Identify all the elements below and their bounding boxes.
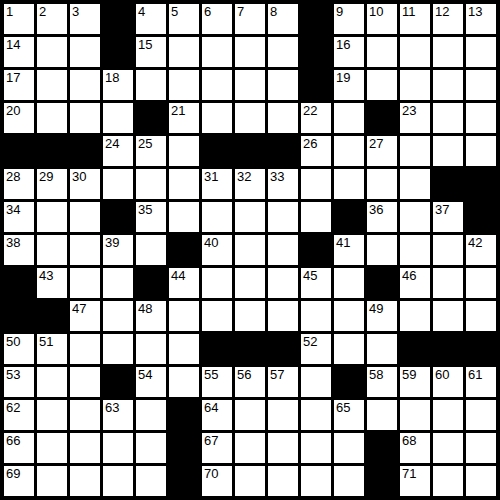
letter-cell[interactable]: 10 bbox=[367, 4, 397, 34]
letter-cell[interactable]: 20 bbox=[4, 103, 34, 133]
letter-cell[interactable] bbox=[433, 136, 463, 166]
block-cell bbox=[235, 136, 265, 166]
letter-cell[interactable] bbox=[268, 466, 298, 496]
letter-cell[interactable]: 17 bbox=[4, 70, 34, 100]
letter-cell[interactable]: 7 bbox=[235, 4, 265, 34]
letter-cell[interactable] bbox=[334, 268, 364, 298]
letter-cell[interactable]: 34 bbox=[4, 202, 34, 232]
letter-cell[interactable]: 38 bbox=[4, 235, 34, 265]
clue-number: 11 bbox=[402, 5, 416, 18]
letter-cell[interactable]: 41 bbox=[334, 235, 364, 265]
clue-number: 56 bbox=[237, 368, 251, 381]
letter-cell[interactable]: 68 bbox=[400, 433, 430, 463]
letter-cell[interactable]: 2 bbox=[37, 4, 67, 34]
letter-cell[interactable]: 40 bbox=[202, 235, 232, 265]
letter-cell[interactable] bbox=[400, 235, 430, 265]
letter-cell[interactable] bbox=[70, 400, 100, 430]
clue-number: 1 bbox=[6, 5, 13, 18]
letter-cell[interactable] bbox=[367, 334, 397, 364]
letter-cell[interactable]: 67 bbox=[202, 433, 232, 463]
letter-cell[interactable]: 27 bbox=[367, 136, 397, 166]
clue-number: 29 bbox=[39, 170, 53, 183]
letter-cell[interactable]: 45 bbox=[301, 268, 331, 298]
block-cell bbox=[301, 235, 331, 265]
clue-number: 52 bbox=[303, 335, 317, 348]
letter-cell[interactable] bbox=[169, 70, 199, 100]
block-cell bbox=[268, 334, 298, 364]
clue-number: 20 bbox=[6, 104, 20, 117]
letter-cell[interactable]: 6 bbox=[202, 4, 232, 34]
letter-cell[interactable]: 46 bbox=[400, 268, 430, 298]
letter-cell[interactable] bbox=[367, 70, 397, 100]
letter-cell[interactable] bbox=[37, 400, 67, 430]
letter-cell[interactable]: 35 bbox=[136, 202, 166, 232]
letter-cell[interactable] bbox=[433, 70, 463, 100]
letter-cell[interactable] bbox=[235, 466, 265, 496]
letter-cell[interactable] bbox=[235, 400, 265, 430]
letter-cell[interactable]: 31 bbox=[202, 169, 232, 199]
letter-cell[interactable] bbox=[235, 268, 265, 298]
letter-cell[interactable] bbox=[70, 202, 100, 232]
letter-cell[interactable]: 36 bbox=[367, 202, 397, 232]
letter-cell[interactable] bbox=[103, 466, 133, 496]
letter-cell[interactable] bbox=[235, 235, 265, 265]
letter-cell[interactable] bbox=[103, 103, 133, 133]
clue-number: 12 bbox=[435, 5, 449, 18]
block-cell bbox=[103, 367, 133, 397]
letter-cell[interactable] bbox=[466, 433, 496, 463]
letter-cell[interactable] bbox=[70, 37, 100, 67]
clue-number: 57 bbox=[270, 368, 284, 381]
letter-cell[interactable] bbox=[37, 433, 67, 463]
letter-cell[interactable] bbox=[37, 235, 67, 265]
clue-number: 63 bbox=[105, 401, 119, 414]
letter-cell[interactable] bbox=[202, 70, 232, 100]
letter-cell[interactable] bbox=[466, 268, 496, 298]
clue-number: 39 bbox=[105, 236, 119, 249]
block-cell bbox=[268, 136, 298, 166]
letter-cell[interactable]: 42 bbox=[466, 235, 496, 265]
letter-cell[interactable]: 22 bbox=[301, 103, 331, 133]
letter-cell[interactable]: 71 bbox=[400, 466, 430, 496]
letter-cell[interactable] bbox=[70, 367, 100, 397]
block-cell bbox=[433, 169, 463, 199]
clue-number: 53 bbox=[6, 368, 20, 381]
clue-number: 40 bbox=[204, 236, 218, 249]
letter-cell[interactable] bbox=[235, 202, 265, 232]
letter-cell[interactable] bbox=[466, 70, 496, 100]
clue-number: 68 bbox=[402, 434, 416, 447]
clue-number: 41 bbox=[336, 236, 350, 249]
block-cell bbox=[136, 103, 166, 133]
letter-cell[interactable] bbox=[433, 37, 463, 67]
clue-number: 62 bbox=[6, 401, 20, 414]
letter-cell[interactable]: 28 bbox=[4, 169, 34, 199]
block-cell bbox=[169, 466, 199, 496]
block-cell bbox=[466, 202, 496, 232]
letter-cell[interactable] bbox=[268, 37, 298, 67]
block-cell bbox=[103, 202, 133, 232]
letter-cell[interactable] bbox=[103, 169, 133, 199]
clue-number: 2 bbox=[39, 5, 46, 18]
letter-cell[interactable]: 37 bbox=[433, 202, 463, 232]
letter-cell[interactable] bbox=[202, 37, 232, 67]
block-cell bbox=[400, 334, 430, 364]
letter-cell[interactable]: 25 bbox=[136, 136, 166, 166]
letter-cell[interactable] bbox=[301, 400, 331, 430]
clue-number: 9 bbox=[336, 5, 343, 18]
clue-number: 6 bbox=[204, 5, 211, 18]
letter-cell[interactable] bbox=[268, 433, 298, 463]
letter-cell[interactable]: 61 bbox=[466, 367, 496, 397]
letter-cell[interactable] bbox=[103, 268, 133, 298]
clue-number: 30 bbox=[72, 170, 86, 183]
clue-number: 51 bbox=[39, 335, 53, 348]
block-cell bbox=[367, 466, 397, 496]
letter-cell[interactable] bbox=[433, 400, 463, 430]
letter-cell[interactable]: 65 bbox=[334, 400, 364, 430]
letter-cell[interactable] bbox=[37, 70, 67, 100]
letter-cell[interactable] bbox=[433, 103, 463, 133]
letter-cell[interactable] bbox=[202, 301, 232, 331]
clue-number: 67 bbox=[204, 434, 218, 447]
block-cell bbox=[466, 334, 496, 364]
letter-cell[interactable]: 63 bbox=[103, 400, 133, 430]
clue-number: 8 bbox=[270, 5, 277, 18]
letter-cell[interactable]: 3 bbox=[70, 4, 100, 34]
block-cell bbox=[4, 136, 34, 166]
letter-cell[interactable] bbox=[103, 301, 133, 331]
letter-cell[interactable]: 24 bbox=[103, 136, 133, 166]
letter-cell[interactable] bbox=[70, 268, 100, 298]
letter-cell[interactable] bbox=[235, 433, 265, 463]
letter-cell[interactable] bbox=[367, 37, 397, 67]
clue-number: 59 bbox=[402, 368, 416, 381]
clue-number: 14 bbox=[6, 38, 20, 51]
block-cell bbox=[433, 334, 463, 364]
block-cell bbox=[37, 136, 67, 166]
clue-number: 4 bbox=[138, 5, 145, 18]
letter-cell[interactable]: 50 bbox=[4, 334, 34, 364]
clue-number: 64 bbox=[204, 401, 218, 414]
letter-cell[interactable] bbox=[433, 235, 463, 265]
letter-cell[interactable]: 54 bbox=[136, 367, 166, 397]
letter-cell[interactable]: 26 bbox=[301, 136, 331, 166]
letter-cell[interactable]: 1 bbox=[4, 4, 34, 34]
clue-number: 31 bbox=[204, 170, 218, 183]
letter-cell[interactable] bbox=[334, 136, 364, 166]
clue-number: 69 bbox=[6, 467, 20, 480]
clue-number: 27 bbox=[369, 137, 383, 150]
letter-cell[interactable] bbox=[268, 268, 298, 298]
letter-cell[interactable]: 53 bbox=[4, 367, 34, 397]
letter-cell[interactable] bbox=[202, 103, 232, 133]
letter-cell[interactable] bbox=[334, 433, 364, 463]
block-cell bbox=[169, 235, 199, 265]
clue-number: 3 bbox=[72, 5, 79, 18]
block-cell bbox=[334, 367, 364, 397]
letter-cell[interactable] bbox=[433, 433, 463, 463]
block-cell bbox=[202, 136, 232, 166]
clue-number: 34 bbox=[6, 203, 20, 216]
clue-number: 15 bbox=[138, 38, 152, 51]
letter-cell[interactable] bbox=[400, 202, 430, 232]
letter-cell[interactable] bbox=[169, 301, 199, 331]
clue-number: 18 bbox=[105, 71, 119, 84]
block-cell bbox=[367, 103, 397, 133]
letter-cell[interactable] bbox=[169, 367, 199, 397]
block-cell bbox=[301, 37, 331, 67]
clue-number: 42 bbox=[468, 236, 482, 249]
letter-cell[interactable] bbox=[70, 466, 100, 496]
letter-cell[interactable]: 21 bbox=[169, 103, 199, 133]
clue-number: 17 bbox=[6, 71, 20, 84]
letter-cell[interactable] bbox=[70, 433, 100, 463]
letter-cell[interactable] bbox=[169, 202, 199, 232]
letter-cell[interactable] bbox=[334, 103, 364, 133]
letter-cell[interactable] bbox=[334, 466, 364, 496]
letter-cell[interactable] bbox=[367, 400, 397, 430]
letter-cell[interactable]: 49 bbox=[367, 301, 397, 331]
letter-cell[interactable] bbox=[103, 433, 133, 463]
letter-cell[interactable]: 5 bbox=[169, 4, 199, 34]
letter-cell[interactable]: 64 bbox=[202, 400, 232, 430]
clue-number: 50 bbox=[6, 335, 20, 348]
letter-cell[interactable]: 39 bbox=[103, 235, 133, 265]
letter-cell[interactable]: 15 bbox=[136, 37, 166, 67]
letter-cell[interactable] bbox=[334, 334, 364, 364]
letter-cell[interactable] bbox=[466, 466, 496, 496]
letter-cell[interactable] bbox=[202, 268, 232, 298]
letter-cell[interactable] bbox=[400, 169, 430, 199]
letter-cell[interactable] bbox=[268, 400, 298, 430]
letter-cell[interactable]: 52 bbox=[301, 334, 331, 364]
block-cell bbox=[169, 400, 199, 430]
letter-cell[interactable] bbox=[433, 301, 463, 331]
letter-cell[interactable] bbox=[103, 334, 133, 364]
letter-cell[interactable]: 59 bbox=[400, 367, 430, 397]
letter-cell[interactable]: 48 bbox=[136, 301, 166, 331]
letter-cell[interactable] bbox=[334, 169, 364, 199]
letter-cell[interactable] bbox=[301, 169, 331, 199]
clue-number: 28 bbox=[6, 170, 20, 183]
clue-number: 5 bbox=[171, 5, 178, 18]
letter-cell[interactable] bbox=[169, 37, 199, 67]
letter-cell[interactable] bbox=[70, 103, 100, 133]
letter-cell[interactable] bbox=[37, 202, 67, 232]
letter-cell[interactable]: 70 bbox=[202, 466, 232, 496]
letter-cell[interactable] bbox=[235, 301, 265, 331]
block-cell bbox=[367, 268, 397, 298]
letter-cell[interactable] bbox=[433, 268, 463, 298]
block-cell bbox=[301, 70, 331, 100]
letter-cell[interactable]: 47 bbox=[70, 301, 100, 331]
letter-cell[interactable] bbox=[70, 235, 100, 265]
letter-cell[interactable]: 57 bbox=[268, 367, 298, 397]
clue-number: 7 bbox=[237, 5, 244, 18]
crossword-puzzle: 1234567891011121314151617181920212223242… bbox=[0, 0, 500, 500]
letter-cell[interactable] bbox=[202, 202, 232, 232]
letter-cell[interactable]: 55 bbox=[202, 367, 232, 397]
block-cell bbox=[202, 334, 232, 364]
clue-number: 71 bbox=[402, 467, 416, 480]
letter-cell[interactable]: 4 bbox=[136, 4, 166, 34]
letter-cell[interactable] bbox=[301, 466, 331, 496]
clue-number: 60 bbox=[435, 368, 449, 381]
letter-cell[interactable]: 51 bbox=[37, 334, 67, 364]
letter-cell[interactable]: 60 bbox=[433, 367, 463, 397]
crossword-board: 1234567891011121314151617181920212223242… bbox=[0, 0, 500, 500]
letter-cell[interactable] bbox=[301, 433, 331, 463]
letter-cell[interactable] bbox=[136, 235, 166, 265]
clue-number: 47 bbox=[72, 302, 86, 315]
letter-cell[interactable] bbox=[169, 136, 199, 166]
clue-number: 16 bbox=[336, 38, 350, 51]
letter-cell[interactable] bbox=[37, 466, 67, 496]
clue-number: 61 bbox=[468, 368, 482, 381]
clue-number: 19 bbox=[336, 71, 350, 84]
clue-number: 66 bbox=[6, 434, 20, 447]
letter-cell[interactable] bbox=[37, 103, 67, 133]
block-cell bbox=[70, 136, 100, 166]
letter-cell[interactable]: 16 bbox=[334, 37, 364, 67]
clue-number: 37 bbox=[435, 203, 449, 216]
clue-number: 25 bbox=[138, 137, 152, 150]
clue-number: 70 bbox=[204, 467, 218, 480]
letter-cell[interactable] bbox=[136, 70, 166, 100]
letter-cell[interactable] bbox=[169, 169, 199, 199]
clue-number: 21 bbox=[171, 104, 185, 117]
clue-number: 36 bbox=[369, 203, 383, 216]
clue-number: 22 bbox=[303, 104, 317, 117]
block-cell bbox=[136, 268, 166, 298]
letter-cell[interactable]: 44 bbox=[169, 268, 199, 298]
letter-cell[interactable]: 62 bbox=[4, 400, 34, 430]
letter-cell[interactable] bbox=[37, 37, 67, 67]
letter-cell[interactable] bbox=[136, 433, 166, 463]
clue-number: 13 bbox=[468, 5, 482, 18]
letter-cell[interactable] bbox=[466, 136, 496, 166]
letter-cell[interactable]: 14 bbox=[4, 37, 34, 67]
block-cell bbox=[466, 169, 496, 199]
letter-cell[interactable]: 23 bbox=[400, 103, 430, 133]
letter-cell[interactable] bbox=[400, 37, 430, 67]
letter-cell[interactable] bbox=[268, 70, 298, 100]
letter-cell[interactable] bbox=[367, 169, 397, 199]
letter-cell[interactable]: 30 bbox=[70, 169, 100, 199]
letter-cell[interactable] bbox=[268, 202, 298, 232]
clue-number: 32 bbox=[237, 170, 251, 183]
block-cell bbox=[37, 301, 67, 331]
block-cell bbox=[103, 37, 133, 67]
block-cell bbox=[103, 4, 133, 34]
letter-cell[interactable] bbox=[466, 301, 496, 331]
letter-cell[interactable] bbox=[466, 37, 496, 67]
letter-cell[interactable]: 56 bbox=[235, 367, 265, 397]
letter-cell[interactable] bbox=[235, 37, 265, 67]
letter-cell[interactable] bbox=[235, 103, 265, 133]
letter-cell[interactable] bbox=[70, 70, 100, 100]
letter-cell[interactable] bbox=[301, 301, 331, 331]
clue-number: 33 bbox=[270, 170, 284, 183]
clue-number: 26 bbox=[303, 137, 317, 150]
letter-cell[interactable] bbox=[400, 400, 430, 430]
clue-number: 49 bbox=[369, 302, 383, 315]
letter-cell[interactable] bbox=[466, 103, 496, 133]
letter-cell[interactable] bbox=[334, 301, 364, 331]
block-cell bbox=[235, 334, 265, 364]
letter-cell[interactable] bbox=[136, 466, 166, 496]
letter-cell[interactable]: 69 bbox=[4, 466, 34, 496]
letter-cell[interactable] bbox=[268, 235, 298, 265]
letter-cell[interactable] bbox=[400, 70, 430, 100]
clue-number: 58 bbox=[369, 368, 383, 381]
letter-cell[interactable] bbox=[400, 136, 430, 166]
clue-number: 10 bbox=[369, 5, 383, 18]
letter-cell[interactable] bbox=[301, 367, 331, 397]
letter-cell[interactable] bbox=[235, 70, 265, 100]
clue-number: 48 bbox=[138, 302, 152, 315]
block-cell bbox=[367, 433, 397, 463]
block-cell bbox=[4, 268, 34, 298]
letter-cell[interactable] bbox=[136, 334, 166, 364]
clue-number: 65 bbox=[336, 401, 350, 414]
letter-cell[interactable] bbox=[136, 400, 166, 430]
block-cell bbox=[169, 433, 199, 463]
letter-cell[interactable] bbox=[433, 466, 463, 496]
letter-cell[interactable]: 66 bbox=[4, 433, 34, 463]
clue-number: 54 bbox=[138, 368, 152, 381]
clue-number: 35 bbox=[138, 203, 152, 216]
letter-cell[interactable] bbox=[169, 334, 199, 364]
clue-number: 43 bbox=[39, 269, 53, 282]
letter-cell[interactable]: 58 bbox=[367, 367, 397, 397]
letter-cell[interactable] bbox=[466, 400, 496, 430]
letter-cell[interactable]: 19 bbox=[334, 70, 364, 100]
letter-cell[interactable]: 13 bbox=[466, 4, 496, 34]
letter-cell[interactable] bbox=[70, 334, 100, 364]
clue-number: 24 bbox=[105, 137, 119, 150]
block-cell bbox=[301, 4, 331, 34]
letter-cell[interactable]: 29 bbox=[37, 169, 67, 199]
letter-cell[interactable]: 11 bbox=[400, 4, 430, 34]
block-cell bbox=[4, 301, 34, 331]
clue-number: 44 bbox=[171, 269, 185, 282]
letter-cell[interactable]: 8 bbox=[268, 4, 298, 34]
letter-cell[interactable] bbox=[136, 169, 166, 199]
letter-cell[interactable] bbox=[400, 301, 430, 331]
clue-number: 46 bbox=[402, 269, 416, 282]
letter-cell[interactable]: 12 bbox=[433, 4, 463, 34]
letter-cell[interactable] bbox=[367, 235, 397, 265]
letter-cell[interactable]: 43 bbox=[37, 268, 67, 298]
clue-number: 55 bbox=[204, 368, 218, 381]
letter-cell[interactable]: 33 bbox=[268, 169, 298, 199]
clue-number: 38 bbox=[6, 236, 20, 249]
letter-cell[interactable] bbox=[37, 367, 67, 397]
clue-number: 23 bbox=[402, 104, 416, 117]
clue-number: 45 bbox=[303, 269, 317, 282]
letter-cell[interactable] bbox=[268, 103, 298, 133]
letter-cell[interactable] bbox=[268, 301, 298, 331]
letter-cell[interactable]: 9 bbox=[334, 4, 364, 34]
block-cell bbox=[334, 202, 364, 232]
letter-cell[interactable]: 18 bbox=[103, 70, 133, 100]
letter-cell[interactable]: 32 bbox=[235, 169, 265, 199]
letter-cell[interactable] bbox=[301, 202, 331, 232]
